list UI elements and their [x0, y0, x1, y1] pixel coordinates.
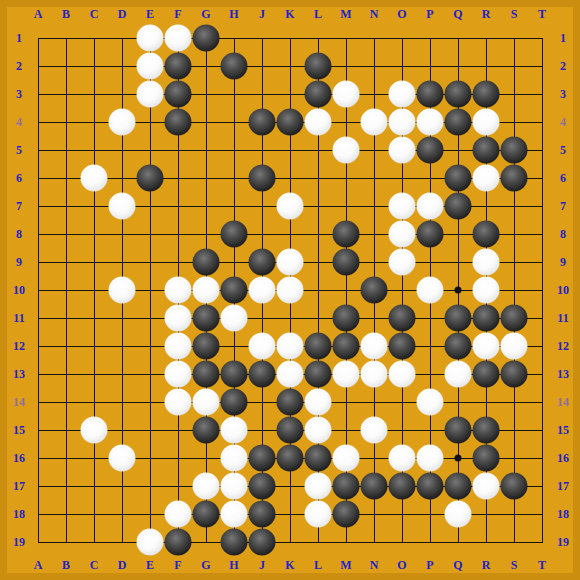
white-stone-l18 — [305, 501, 332, 528]
black-stone-j4 — [249, 109, 276, 136]
white-stone-m5 — [333, 137, 360, 164]
white-stone-k7 — [277, 193, 304, 220]
black-stone-f4 — [165, 109, 192, 136]
white-stone-d10 — [109, 277, 136, 304]
row-label-right-7: 7 — [551, 199, 575, 213]
col-label-bottom-q: Q — [446, 558, 470, 572]
row-label-right-12: 12 — [551, 339, 575, 353]
white-stone-p10 — [417, 277, 444, 304]
white-stone-c15 — [81, 417, 108, 444]
white-stone-r6 — [473, 165, 500, 192]
row-label-right-16: 16 — [551, 451, 575, 465]
row-label-left-4: 4 — [7, 115, 31, 129]
black-stone-g13 — [193, 361, 220, 388]
white-stone-f14 — [165, 389, 192, 416]
black-stone-h10 — [221, 277, 248, 304]
black-stone-j16 — [249, 445, 276, 472]
col-label-top-b: B — [54, 7, 78, 21]
row-label-left-3: 3 — [7, 87, 31, 101]
white-stone-f13 — [165, 361, 192, 388]
white-stone-p16 — [417, 445, 444, 472]
white-stone-o13 — [389, 361, 416, 388]
col-label-top-t: T — [530, 7, 554, 21]
black-stone-q3 — [445, 81, 472, 108]
grid-line-vertical — [514, 38, 515, 543]
white-stone-l15 — [305, 417, 332, 444]
white-stone-k12 — [277, 333, 304, 360]
black-stone-h14 — [221, 389, 248, 416]
black-stone-k4 — [277, 109, 304, 136]
col-label-bottom-b: B — [54, 558, 78, 572]
white-stone-g17 — [193, 473, 220, 500]
col-label-bottom-e: E — [138, 558, 162, 572]
go-board[interactable]: AABBCCDDEEFFGGHHJJKKLLMMNNOOPPQQRRSSTT11… — [0, 0, 580, 580]
black-stone-s6 — [501, 165, 528, 192]
white-stone-e19 — [137, 529, 164, 556]
white-stone-q13 — [445, 361, 472, 388]
black-stone-j9 — [249, 249, 276, 276]
hoshi-point-q10 — [455, 287, 462, 294]
col-label-top-a: A — [26, 7, 50, 21]
col-label-bottom-k: K — [278, 558, 302, 572]
white-stone-p7 — [417, 193, 444, 220]
black-stone-q7 — [445, 193, 472, 220]
white-stone-h17 — [221, 473, 248, 500]
black-stone-k14 — [277, 389, 304, 416]
white-stone-o9 — [389, 249, 416, 276]
black-stone-r8 — [473, 221, 500, 248]
row-label-left-6: 6 — [7, 171, 31, 185]
row-label-left-5: 5 — [7, 143, 31, 157]
col-label-top-g: G — [194, 7, 218, 21]
grid-line-vertical — [542, 38, 543, 543]
black-stone-q4 — [445, 109, 472, 136]
white-stone-f1 — [165, 25, 192, 52]
row-label-left-11: 11 — [7, 311, 31, 325]
white-stone-o16 — [389, 445, 416, 472]
row-label-right-17: 17 — [551, 479, 575, 493]
black-stone-j18 — [249, 501, 276, 528]
row-label-left-18: 18 — [7, 507, 31, 521]
col-label-top-h: H — [222, 7, 246, 21]
col-label-bottom-f: F — [166, 558, 190, 572]
black-stone-r11 — [473, 305, 500, 332]
white-stone-r4 — [473, 109, 500, 136]
black-stone-p3 — [417, 81, 444, 108]
black-stone-m11 — [333, 305, 360, 332]
row-label-left-7: 7 — [7, 199, 31, 213]
white-stone-g10 — [193, 277, 220, 304]
black-stone-s11 — [501, 305, 528, 332]
white-stone-l17 — [305, 473, 332, 500]
black-stone-m12 — [333, 333, 360, 360]
row-label-left-12: 12 — [7, 339, 31, 353]
col-label-top-f: F — [166, 7, 190, 21]
black-stone-g18 — [193, 501, 220, 528]
row-label-right-11: 11 — [551, 311, 575, 325]
row-label-left-17: 17 — [7, 479, 31, 493]
col-label-bottom-a: A — [26, 558, 50, 572]
black-stone-k16 — [277, 445, 304, 472]
white-stone-o7 — [389, 193, 416, 220]
col-label-bottom-t: T — [530, 558, 554, 572]
black-stone-j6 — [249, 165, 276, 192]
white-stone-q18 — [445, 501, 472, 528]
row-label-left-2: 2 — [7, 59, 31, 73]
black-stone-m9 — [333, 249, 360, 276]
black-stone-h13 — [221, 361, 248, 388]
black-stone-q12 — [445, 333, 472, 360]
col-label-bottom-p: P — [418, 558, 442, 572]
row-label-right-2: 2 — [551, 59, 575, 73]
black-stone-q6 — [445, 165, 472, 192]
black-stone-p17 — [417, 473, 444, 500]
white-stone-m16 — [333, 445, 360, 472]
col-label-bottom-h: H — [222, 558, 246, 572]
black-stone-g9 — [193, 249, 220, 276]
white-stone-o5 — [389, 137, 416, 164]
white-stone-h18 — [221, 501, 248, 528]
row-label-right-4: 4 — [551, 115, 575, 129]
col-label-bottom-m: M — [334, 558, 358, 572]
white-stone-h15 — [221, 417, 248, 444]
black-stone-j13 — [249, 361, 276, 388]
white-stone-o8 — [389, 221, 416, 248]
col-label-top-p: P — [418, 7, 442, 21]
col-label-bottom-r: R — [474, 558, 498, 572]
row-label-right-15: 15 — [551, 423, 575, 437]
black-stone-m8 — [333, 221, 360, 248]
white-stone-k10 — [277, 277, 304, 304]
black-stone-m17 — [333, 473, 360, 500]
col-label-bottom-n: N — [362, 558, 386, 572]
col-label-top-o: O — [390, 7, 414, 21]
black-stone-q11 — [445, 305, 472, 332]
row-label-left-19: 19 — [7, 535, 31, 549]
white-stone-n12 — [361, 333, 388, 360]
white-stone-n13 — [361, 361, 388, 388]
row-label-left-8: 8 — [7, 227, 31, 241]
black-stone-h19 — [221, 529, 248, 556]
black-stone-o12 — [389, 333, 416, 360]
white-stone-j10 — [249, 277, 276, 304]
white-stone-f11 — [165, 305, 192, 332]
grid-line-horizontal — [38, 542, 543, 543]
black-stone-l16 — [305, 445, 332, 472]
black-stone-l12 — [305, 333, 332, 360]
white-stone-e3 — [137, 81, 164, 108]
black-stone-g12 — [193, 333, 220, 360]
white-stone-o4 — [389, 109, 416, 136]
black-stone-o17 — [389, 473, 416, 500]
white-stone-r17 — [473, 473, 500, 500]
row-label-left-14: 14 — [7, 395, 31, 409]
col-label-bottom-j: J — [250, 558, 274, 572]
col-label-bottom-o: O — [390, 558, 414, 572]
col-label-bottom-c: C — [82, 558, 106, 572]
row-label-left-15: 15 — [7, 423, 31, 437]
black-stone-r13 — [473, 361, 500, 388]
black-stone-q17 — [445, 473, 472, 500]
black-stone-g15 — [193, 417, 220, 444]
black-stone-s17 — [501, 473, 528, 500]
white-stone-f12 — [165, 333, 192, 360]
col-label-top-n: N — [362, 7, 386, 21]
black-stone-s5 — [501, 137, 528, 164]
white-stone-p14 — [417, 389, 444, 416]
row-label-left-1: 1 — [7, 31, 31, 45]
row-label-left-13: 13 — [7, 367, 31, 381]
white-stone-g14 — [193, 389, 220, 416]
black-stone-h8 — [221, 221, 248, 248]
black-stone-l13 — [305, 361, 332, 388]
black-stone-e6 — [137, 165, 164, 192]
white-stone-f10 — [165, 277, 192, 304]
black-stone-k15 — [277, 417, 304, 444]
black-stone-f3 — [165, 81, 192, 108]
white-stone-c6 — [81, 165, 108, 192]
row-label-left-9: 9 — [7, 255, 31, 269]
col-label-top-q: Q — [446, 7, 470, 21]
col-label-top-c: C — [82, 7, 106, 21]
black-stone-r16 — [473, 445, 500, 472]
col-label-bottom-g: G — [194, 558, 218, 572]
go-grid[interactable]: AABBCCDDEEFFGGHHJJKKLLMMNNOOPPQQRRSSTT11… — [0, 0, 580, 580]
black-stone-g11 — [193, 305, 220, 332]
white-stone-m13 — [333, 361, 360, 388]
black-stone-r15 — [473, 417, 500, 444]
row-label-right-19: 19 — [551, 535, 575, 549]
white-stone-o3 — [389, 81, 416, 108]
row-label-right-14: 14 — [551, 395, 575, 409]
black-stone-l2 — [305, 53, 332, 80]
white-stone-d7 — [109, 193, 136, 220]
black-stone-h2 — [221, 53, 248, 80]
black-stone-j17 — [249, 473, 276, 500]
col-label-bottom-d: D — [110, 558, 134, 572]
col-label-top-s: S — [502, 7, 526, 21]
white-stone-h16 — [221, 445, 248, 472]
white-stone-e2 — [137, 53, 164, 80]
row-label-right-8: 8 — [551, 227, 575, 241]
col-label-top-r: R — [474, 7, 498, 21]
white-stone-s12 — [501, 333, 528, 360]
row-label-right-1: 1 — [551, 31, 575, 45]
row-label-right-13: 13 — [551, 367, 575, 381]
black-stone-n10 — [361, 277, 388, 304]
white-stone-m3 — [333, 81, 360, 108]
col-label-bottom-s: S — [502, 558, 526, 572]
white-stone-n15 — [361, 417, 388, 444]
white-stone-f18 — [165, 501, 192, 528]
black-stone-n17 — [361, 473, 388, 500]
black-stone-j19 — [249, 529, 276, 556]
col-label-top-m: M — [334, 7, 358, 21]
white-stone-n4 — [361, 109, 388, 136]
row-label-right-3: 3 — [551, 87, 575, 101]
white-stone-h11 — [221, 305, 248, 332]
white-stone-r9 — [473, 249, 500, 276]
white-stone-k9 — [277, 249, 304, 276]
black-stone-f2 — [165, 53, 192, 80]
black-stone-g1 — [193, 25, 220, 52]
row-label-right-9: 9 — [551, 255, 575, 269]
row-label-left-16: 16 — [7, 451, 31, 465]
black-stone-s13 — [501, 361, 528, 388]
row-label-right-6: 6 — [551, 171, 575, 185]
col-label-top-e: E — [138, 7, 162, 21]
black-stone-r5 — [473, 137, 500, 164]
white-stone-r12 — [473, 333, 500, 360]
row-label-right-18: 18 — [551, 507, 575, 521]
hoshi-point-q16 — [455, 455, 462, 462]
black-stone-q15 — [445, 417, 472, 444]
white-stone-l14 — [305, 389, 332, 416]
black-stone-m18 — [333, 501, 360, 528]
white-stone-k13 — [277, 361, 304, 388]
col-label-top-d: D — [110, 7, 134, 21]
white-stone-j12 — [249, 333, 276, 360]
col-label-bottom-l: L — [306, 558, 330, 572]
black-stone-l3 — [305, 81, 332, 108]
col-label-top-j: J — [250, 7, 274, 21]
row-label-left-10: 10 — [7, 283, 31, 297]
white-stone-d16 — [109, 445, 136, 472]
white-stone-p4 — [417, 109, 444, 136]
row-label-right-5: 5 — [551, 143, 575, 157]
white-stone-d4 — [109, 109, 136, 136]
black-stone-r3 — [473, 81, 500, 108]
white-stone-r10 — [473, 277, 500, 304]
white-stone-e1 — [137, 25, 164, 52]
black-stone-f19 — [165, 529, 192, 556]
black-stone-p5 — [417, 137, 444, 164]
white-stone-l4 — [305, 109, 332, 136]
col-label-top-k: K — [278, 7, 302, 21]
black-stone-p8 — [417, 221, 444, 248]
col-label-top-l: L — [306, 7, 330, 21]
black-stone-o11 — [389, 305, 416, 332]
row-label-right-10: 10 — [551, 283, 575, 297]
